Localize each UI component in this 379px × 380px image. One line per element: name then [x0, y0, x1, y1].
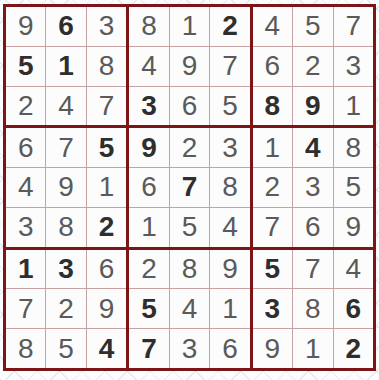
cell-r2c8[interactable]: 2 — [293, 47, 332, 86]
cell-r6c1[interactable]: 3 — [6, 208, 45, 247]
cell-r9c9[interactable]: 2 — [334, 329, 373, 368]
cell-r1c8[interactable]: 5 — [293, 7, 332, 46]
cell-r7c5[interactable]: 8 — [170, 250, 209, 289]
cell-r1c7[interactable]: 4 — [253, 7, 292, 46]
cell-r4c2[interactable]: 7 — [46, 128, 85, 167]
cell-r6c6[interactable]: 4 — [210, 208, 249, 247]
cell-r5c3[interactable]: 1 — [87, 168, 126, 207]
cell-r4c5[interactable]: 2 — [170, 128, 209, 167]
cell-r1c1[interactable]: 9 — [6, 7, 45, 46]
cell-r1c3[interactable]: 3 — [87, 7, 126, 46]
cell-r5c5[interactable]: 7 — [170, 168, 209, 207]
cell-r8c8[interactable]: 8 — [293, 289, 332, 328]
cell-r5c9[interactable]: 5 — [334, 168, 373, 207]
cell-r4c8[interactable]: 4 — [293, 128, 332, 167]
cell-r4c4[interactable]: 9 — [129, 128, 168, 167]
box-6: 148235769 — [253, 128, 373, 246]
box-8: 289541736 — [129, 250, 249, 368]
cell-r6c5[interactable]: 5 — [170, 208, 209, 247]
cell-r4c6[interactable]: 3 — [210, 128, 249, 167]
cell-r9c3[interactable]: 4 — [87, 329, 126, 368]
box-2: 812497365 — [129, 7, 249, 125]
cell-r9c6[interactable]: 6 — [210, 329, 249, 368]
cell-r2c9[interactable]: 3 — [334, 47, 373, 86]
cell-r9c2[interactable]: 5 — [46, 329, 85, 368]
cell-r8c5[interactable]: 4 — [170, 289, 209, 328]
cell-r3c4[interactable]: 3 — [129, 87, 168, 126]
cell-r1c4[interactable]: 8 — [129, 7, 168, 46]
cell-r5c2[interactable]: 9 — [46, 168, 85, 207]
cell-r9c8[interactable]: 1 — [293, 329, 332, 368]
cell-r3c6[interactable]: 5 — [210, 87, 249, 126]
box-9: 574386912 — [253, 250, 373, 368]
cell-r2c4[interactable]: 4 — [129, 47, 168, 86]
page-background: 9635182478124973654576238916754913829236… — [0, 0, 379, 380]
cell-r7c6[interactable]: 9 — [210, 250, 249, 289]
cell-r8c7[interactable]: 3 — [253, 289, 292, 328]
cell-r8c1[interactable]: 7 — [6, 289, 45, 328]
cell-r6c2[interactable]: 8 — [46, 208, 85, 247]
cell-r9c4[interactable]: 7 — [129, 329, 168, 368]
cell-r8c2[interactable]: 2 — [46, 289, 85, 328]
cell-r1c5[interactable]: 1 — [170, 7, 209, 46]
cell-r9c1[interactable]: 8 — [6, 329, 45, 368]
cell-r5c7[interactable]: 2 — [253, 168, 292, 207]
cell-r7c3[interactable]: 6 — [87, 250, 126, 289]
cell-r2c2[interactable]: 1 — [46, 47, 85, 86]
cell-r9c5[interactable]: 3 — [170, 329, 209, 368]
cell-r7c7[interactable]: 5 — [253, 250, 292, 289]
cell-r3c8[interactable]: 9 — [293, 87, 332, 126]
cell-r4c7[interactable]: 1 — [253, 128, 292, 167]
cell-r3c1[interactable]: 2 — [6, 87, 45, 126]
cell-r8c9[interactable]: 6 — [334, 289, 373, 328]
cell-r3c2[interactable]: 4 — [46, 87, 85, 126]
cell-r9c7[interactable]: 9 — [253, 329, 292, 368]
cell-r1c9[interactable]: 7 — [334, 7, 373, 46]
cell-r3c5[interactable]: 6 — [170, 87, 209, 126]
box-5: 923678154 — [129, 128, 249, 246]
cell-r2c3[interactable]: 8 — [87, 47, 126, 86]
cell-r3c9[interactable]: 1 — [334, 87, 373, 126]
box-3: 457623891 — [253, 7, 373, 125]
cell-r4c9[interactable]: 8 — [334, 128, 373, 167]
cell-r6c7[interactable]: 7 — [253, 208, 292, 247]
cell-r7c9[interactable]: 4 — [334, 250, 373, 289]
cell-r7c4[interactable]: 2 — [129, 250, 168, 289]
box-4: 675491382 — [6, 128, 126, 246]
cell-r6c4[interactable]: 1 — [129, 208, 168, 247]
cell-r7c1[interactable]: 1 — [6, 250, 45, 289]
cell-r3c3[interactable]: 7 — [87, 87, 126, 126]
cell-r8c6[interactable]: 1 — [210, 289, 249, 328]
cell-r1c2[interactable]: 6 — [46, 7, 85, 46]
cell-r5c8[interactable]: 3 — [293, 168, 332, 207]
cell-r4c3[interactable]: 5 — [87, 128, 126, 167]
cell-r2c5[interactable]: 9 — [170, 47, 209, 86]
cell-r5c4[interactable]: 6 — [129, 168, 168, 207]
cell-r8c3[interactable]: 9 — [87, 289, 126, 328]
cell-r2c1[interactable]: 5 — [6, 47, 45, 86]
cell-r6c9[interactable]: 9 — [334, 208, 373, 247]
cell-r3c7[interactable]: 8 — [253, 87, 292, 126]
cell-r1c6[interactable]: 2 — [210, 7, 249, 46]
cell-r7c2[interactable]: 3 — [46, 250, 85, 289]
sudoku-board: 9635182478124973654576238916754913829236… — [3, 4, 376, 371]
cell-r2c7[interactable]: 6 — [253, 47, 292, 86]
box-7: 136729854 — [6, 250, 126, 368]
cell-r4c1[interactable]: 6 — [6, 128, 45, 167]
box-1: 963518247 — [6, 7, 126, 125]
cell-r6c8[interactable]: 6 — [293, 208, 332, 247]
cell-r5c6[interactable]: 8 — [210, 168, 249, 207]
cell-r8c4[interactable]: 5 — [129, 289, 168, 328]
cell-r7c8[interactable]: 7 — [293, 250, 332, 289]
cell-r6c3[interactable]: 2 — [87, 208, 126, 247]
cell-r5c1[interactable]: 4 — [6, 168, 45, 207]
cell-r2c6[interactable]: 7 — [210, 47, 249, 86]
